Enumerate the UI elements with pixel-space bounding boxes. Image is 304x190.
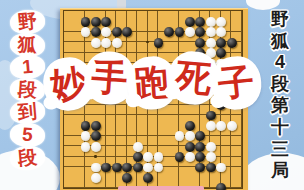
right-game-banner: 野狐4段第十三局 <box>261 9 299 182</box>
white-stone <box>91 38 101 48</box>
banner-char: 5 <box>9 122 46 148</box>
white-stone <box>91 142 101 152</box>
white-stone <box>91 173 101 183</box>
banner-char: 野 <box>271 9 289 31</box>
banner-char: 野 <box>9 9 46 36</box>
banner-char: 1 <box>9 54 46 81</box>
white-stone <box>185 27 195 37</box>
white-stone <box>143 152 153 162</box>
white-stone <box>81 27 91 37</box>
black-stone <box>91 27 101 37</box>
white-stone <box>101 27 111 37</box>
white-stone <box>206 152 216 162</box>
white-stone <box>175 131 185 141</box>
black-stone <box>195 142 205 152</box>
black-stone <box>175 27 185 37</box>
black-stone <box>195 17 205 27</box>
banner-char: 到 <box>9 99 46 126</box>
banner-char: 十 <box>271 117 289 139</box>
black-stone <box>101 163 111 173</box>
banner-char: 4 <box>275 52 285 74</box>
white-stone <box>81 142 91 152</box>
black-stone <box>164 27 174 37</box>
black-stone <box>195 163 205 173</box>
black-stone <box>122 27 132 37</box>
banner-char: 局 <box>271 160 289 182</box>
white-stone <box>133 142 143 152</box>
white-stone <box>206 38 216 48</box>
title-text: 妙手跑死子 <box>49 52 259 124</box>
black-stone <box>185 142 195 152</box>
black-stone <box>175 152 185 162</box>
banner-char: 段 <box>271 74 289 96</box>
white-stone <box>154 163 164 173</box>
black-stone <box>195 27 205 37</box>
white-stone <box>143 163 153 173</box>
black-stone <box>216 38 226 48</box>
black-stone <box>133 152 143 162</box>
black-stone <box>227 38 237 48</box>
left-rank-banner: 野狐1段到5段 <box>7 11 47 169</box>
banner-char: 狐 <box>9 31 46 57</box>
white-stone <box>112 38 122 48</box>
black-stone <box>122 163 132 173</box>
star-point <box>94 155 97 158</box>
banner-char: 狐 <box>271 31 289 53</box>
black-stone <box>101 17 111 27</box>
banner-char: 第 <box>271 95 289 117</box>
white-stone <box>185 152 195 162</box>
white-stone <box>101 38 111 48</box>
banner-char: 段 <box>9 144 46 171</box>
banner-char: 子 <box>210 56 262 111</box>
white-stone <box>216 17 226 27</box>
banner-char: 段 <box>9 77 46 103</box>
video-thumbnail[interactable]: 野狐1段到5段 野狐4段第十三局 妙手跑死子 <box>0 0 304 190</box>
white-stone <box>91 163 101 173</box>
black-stone <box>91 131 101 141</box>
white-stone <box>216 27 226 37</box>
black-stone <box>216 183 226 190</box>
black-stone <box>195 152 205 162</box>
black-stone <box>81 17 91 27</box>
pink-banner-edge <box>118 186 204 190</box>
black-stone <box>122 173 132 183</box>
black-stone <box>206 163 216 173</box>
white-stone <box>81 131 91 141</box>
white-stone <box>154 152 164 162</box>
black-stone <box>112 27 122 37</box>
black-stone <box>195 38 205 48</box>
black-stone <box>154 38 164 48</box>
white-stone <box>206 27 216 37</box>
black-stone <box>133 163 143 173</box>
banner-char: 三 <box>271 139 289 161</box>
black-stone <box>112 163 122 173</box>
black-stone <box>195 131 205 141</box>
white-stone <box>206 17 216 27</box>
black-stone <box>91 17 101 27</box>
white-stone <box>185 131 195 141</box>
black-stone <box>143 173 153 183</box>
black-stone <box>185 17 195 27</box>
white-stone <box>216 163 226 173</box>
white-stone <box>206 142 216 152</box>
star-point <box>146 41 149 44</box>
